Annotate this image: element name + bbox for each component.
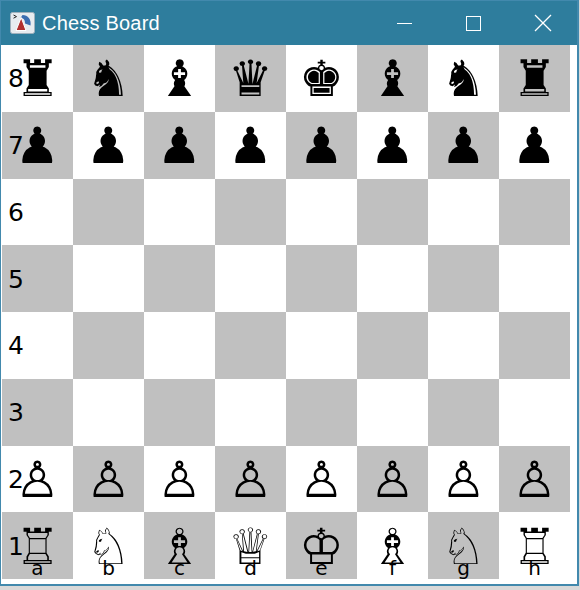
square-a1[interactable]: 1a♖ [2, 512, 73, 579]
file-label-g: g [457, 558, 470, 579]
rank-label-5: 5 [8, 267, 24, 292]
square-h6[interactable] [499, 179, 570, 246]
piece-black-pawn[interactable]: ♟ [499, 113, 570, 180]
square-d3[interactable] [215, 379, 286, 446]
piece-black-pawn[interactable]: ♟ [428, 113, 499, 180]
square-a2[interactable]: 2♙ [2, 446, 73, 513]
piece-white-pawn[interactable]: ♙ [357, 447, 428, 514]
square-b5[interactable] [73, 245, 144, 312]
file-label-h: h [528, 558, 541, 579]
square-g5[interactable] [428, 245, 499, 312]
square-e4[interactable] [286, 312, 357, 379]
piece-black-pawn[interactable]: ♟ [286, 113, 357, 180]
close-icon [534, 14, 552, 32]
rank-label-2: 2 [8, 467, 24, 492]
square-d7[interactable]: ♟ [215, 112, 286, 179]
maximize-icon [465, 15, 482, 32]
piece-black-knight[interactable]: ♞ [73, 46, 144, 113]
piece-white-pawn[interactable]: ♙ [144, 447, 215, 514]
square-g3[interactable] [428, 379, 499, 446]
square-e3[interactable] [286, 379, 357, 446]
rank-label-8: 8 [8, 67, 24, 92]
square-c2[interactable]: ♙ [144, 446, 215, 513]
square-a4[interactable]: 4 [2, 312, 73, 379]
rank-label-1: 1 [8, 534, 24, 559]
piece-white-pawn[interactable]: ♙ [215, 447, 286, 514]
square-b3[interactable] [73, 379, 144, 446]
square-e6[interactable] [286, 179, 357, 246]
square-e7[interactable]: ♟ [286, 112, 357, 179]
square-h1[interactable]: h♖ [499, 512, 570, 579]
square-f2[interactable]: ♙ [357, 446, 428, 513]
square-h7[interactable]: ♟ [499, 112, 570, 179]
piece-white-pawn[interactable]: ♙ [428, 447, 499, 514]
square-e2[interactable]: ♙ [286, 446, 357, 513]
rank-label-7: 7 [8, 133, 24, 158]
square-c3[interactable] [144, 379, 215, 446]
piece-black-rook[interactable]: ♜ [499, 46, 570, 113]
rank-label-3: 3 [8, 400, 24, 425]
square-f3[interactable] [357, 379, 428, 446]
square-c7[interactable]: ♟ [144, 112, 215, 179]
square-a3[interactable]: 3 [2, 379, 73, 446]
square-f4[interactable] [357, 312, 428, 379]
square-a7[interactable]: 7♟ [2, 112, 73, 179]
square-d2[interactable]: ♙ [215, 446, 286, 513]
square-c1[interactable]: c♗ [144, 512, 215, 579]
piece-black-knight[interactable]: ♞ [428, 46, 499, 113]
chess-board: 8♜♞♝♛♚♝♞♜7♟♟♟♟♟♟♟♟65432♙♙♙♙♙♙♙♙1a♖b♘c♗d♕… [2, 45, 570, 579]
square-g7[interactable]: ♟ [428, 112, 499, 179]
square-e1[interactable]: e♔ [286, 512, 357, 579]
square-f1[interactable]: f♗ [357, 512, 428, 579]
square-h4[interactable] [499, 312, 570, 379]
square-c4[interactable] [144, 312, 215, 379]
square-f5[interactable] [357, 245, 428, 312]
square-c5[interactable] [144, 245, 215, 312]
square-g1[interactable]: g♘ [428, 512, 499, 579]
app-icon[interactable] [10, 12, 35, 34]
square-b4[interactable] [73, 312, 144, 379]
piece-black-pawn[interactable]: ♟ [73, 113, 144, 180]
square-c6[interactable] [144, 179, 215, 246]
square-h3[interactable] [499, 379, 570, 446]
app-window: Chess Board 8♜♞♝♛♚♝♞♜7♟♟♟♟♟♟♟♟65432♙♙♙♙♙… [0, 0, 579, 586]
square-e5[interactable] [286, 245, 357, 312]
square-a5[interactable]: 5 [2, 245, 73, 312]
square-b8[interactable]: ♞ [73, 45, 144, 112]
piece-black-pawn[interactable]: ♟ [357, 113, 428, 180]
piece-black-king[interactable]: ♚ [286, 46, 357, 113]
square-b2[interactable]: ♙ [73, 446, 144, 513]
square-h8[interactable]: ♜ [499, 45, 570, 112]
file-label-d: d [244, 558, 257, 579]
file-label-c: c [174, 558, 185, 579]
caption-buttons [370, 1, 577, 45]
square-h2[interactable]: ♙ [499, 446, 570, 513]
square-g2[interactable]: ♙ [428, 446, 499, 513]
square-f7[interactable]: ♟ [357, 112, 428, 179]
tk-feather-icon [10, 12, 35, 34]
rank-label-4: 4 [8, 334, 24, 359]
piece-black-pawn[interactable]: ♟ [215, 113, 286, 180]
piece-white-pawn[interactable]: ♙ [73, 447, 144, 514]
square-b6[interactable] [73, 179, 144, 246]
square-b1[interactable]: b♘ [73, 512, 144, 579]
square-d4[interactable] [215, 312, 286, 379]
titlebar[interactable]: Chess Board [1, 1, 577, 45]
square-f8[interactable]: ♝ [357, 45, 428, 112]
square-d8[interactable]: ♛ [215, 45, 286, 112]
square-d1[interactable]: d♕ [215, 512, 286, 579]
minimize-button[interactable] [370, 1, 439, 45]
square-a6[interactable]: 6 [2, 179, 73, 246]
square-h5[interactable] [499, 245, 570, 312]
piece-white-pawn[interactable]: ♙ [286, 447, 357, 514]
square-g4[interactable] [428, 312, 499, 379]
file-label-a: a [31, 558, 43, 579]
file-label-e: e [315, 558, 327, 579]
file-label-f: f [389, 558, 396, 579]
square-d5[interactable] [215, 245, 286, 312]
piece-black-queen[interactable]: ♛ [215, 46, 286, 113]
piece-black-bishop[interactable]: ♝ [357, 46, 428, 113]
piece-black-bishop[interactable]: ♝ [144, 46, 215, 113]
square-a8[interactable]: 8♜ [2, 45, 73, 112]
minimize-icon [396, 15, 413, 32]
square-d6[interactable] [215, 179, 286, 246]
file-label-b: b [102, 558, 115, 579]
square-c8[interactable]: ♝ [144, 45, 215, 112]
piece-white-pawn[interactable]: ♙ [499, 447, 570, 514]
piece-black-pawn[interactable]: ♟ [144, 113, 215, 180]
rank-label-6: 6 [8, 200, 24, 225]
close-button[interactable] [508, 1, 577, 45]
square-b7[interactable]: ♟ [73, 112, 144, 179]
square-f6[interactable] [357, 179, 428, 246]
square-g8[interactable]: ♞ [428, 45, 499, 112]
square-e8[interactable]: ♚ [286, 45, 357, 112]
window-title: Chess Board [42, 1, 160, 45]
maximize-button[interactable] [439, 1, 508, 45]
square-g6[interactable] [428, 179, 499, 246]
